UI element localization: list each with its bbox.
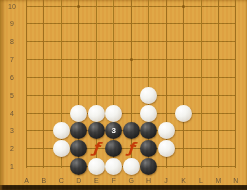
grid-line-horizontal xyxy=(26,77,236,78)
white-stone xyxy=(140,105,157,122)
white-stone xyxy=(140,87,157,104)
white-stone xyxy=(105,158,122,175)
black-stone xyxy=(70,158,87,175)
col-label: G xyxy=(125,177,137,184)
col-label: D xyxy=(73,177,85,184)
black-stone xyxy=(140,158,157,175)
row-label: 10 xyxy=(4,3,20,10)
white-stone xyxy=(88,105,105,122)
black-stone xyxy=(70,122,87,139)
star-point xyxy=(130,58,133,61)
col-label: F xyxy=(108,177,120,184)
wrong-move-mark: ƒ xyxy=(92,140,100,156)
white-stone xyxy=(158,122,175,139)
grid-line-vertical xyxy=(235,0,236,168)
grid-line-vertical xyxy=(43,0,44,168)
col-label: L xyxy=(195,177,207,184)
move-number: 3 xyxy=(112,127,116,135)
black-stone xyxy=(70,140,87,157)
row-label: 2 xyxy=(4,145,20,152)
row-label: 9 xyxy=(4,20,20,27)
white-stone xyxy=(105,105,122,122)
white-stone xyxy=(70,105,87,122)
col-label: M xyxy=(212,177,224,184)
grid-line-horizontal xyxy=(26,95,236,96)
grid-line-vertical xyxy=(201,0,202,168)
grid-line-vertical xyxy=(183,0,184,168)
row-label: 1 xyxy=(4,163,20,170)
black-stone xyxy=(140,122,157,139)
grid-line-horizontal xyxy=(26,23,236,24)
col-label: A xyxy=(21,177,33,184)
black-stone xyxy=(140,140,157,157)
go-board-screenshot: 12345678910ABCDEFGHJKLMN3ƒƒ xyxy=(0,0,247,190)
black-stone xyxy=(105,140,122,157)
star-point xyxy=(182,5,185,8)
col-label: J xyxy=(160,177,172,184)
col-label: H xyxy=(143,177,155,184)
wrong-move-mark: ƒ xyxy=(127,140,135,156)
white-stone xyxy=(53,122,70,139)
col-label: E xyxy=(90,177,102,184)
col-label: B xyxy=(38,177,50,184)
grid-line-horizontal xyxy=(26,113,236,114)
row-label: 6 xyxy=(4,74,20,81)
white-stone xyxy=(175,105,192,122)
board-bottom-edge xyxy=(0,185,247,190)
row-label: 8 xyxy=(4,38,20,45)
row-label: 4 xyxy=(4,110,20,117)
white-stone xyxy=(123,158,140,175)
grid-line-horizontal xyxy=(26,41,236,42)
white-stone xyxy=(158,140,175,157)
row-label: 5 xyxy=(4,92,20,99)
grid-line-horizontal xyxy=(26,6,236,7)
black-stone xyxy=(123,122,140,139)
row-label: 7 xyxy=(4,56,20,63)
black-stone xyxy=(88,122,105,139)
grid-line-vertical xyxy=(26,0,27,168)
row-label: 3 xyxy=(4,127,20,134)
star-point xyxy=(77,5,80,8)
col-label: N xyxy=(230,177,242,184)
grid-line-vertical xyxy=(218,0,219,168)
col-label: C xyxy=(55,177,67,184)
white-stone xyxy=(88,158,105,175)
col-label: K xyxy=(178,177,190,184)
white-stone xyxy=(53,140,70,157)
